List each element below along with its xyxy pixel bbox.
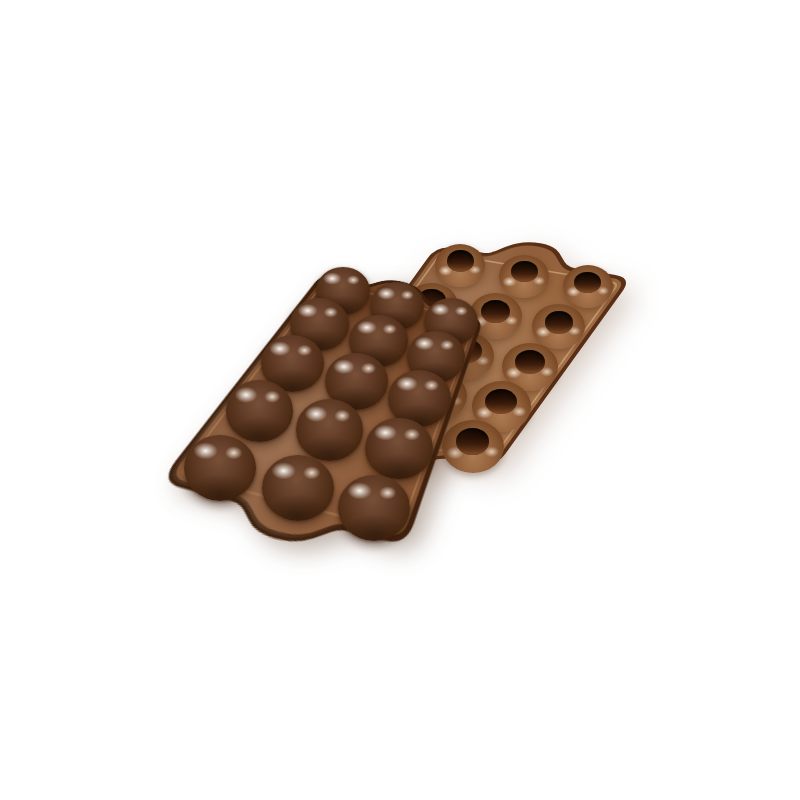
cavity-hole [417, 289, 446, 312]
back-mold [299, 240, 634, 472]
cavity-hole [451, 339, 481, 363]
dome-bump [296, 399, 364, 461]
cavity-ring [499, 255, 549, 298]
back-mold-tray [295, 230, 641, 478]
cavity-ring [438, 332, 494, 380]
front-mold-domes [0, 0, 800, 800]
dome-bump [262, 455, 334, 521]
dome-bump [226, 380, 294, 442]
cavity-hole [574, 272, 601, 294]
back-mold-rim-highlight [314, 253, 619, 459]
dome-bump [261, 335, 324, 392]
product-photo [0, 0, 800, 800]
cavity-ring [472, 381, 531, 432]
cavity-ring [408, 371, 467, 422]
cavity-ring [442, 420, 504, 473]
dome-bump [370, 282, 424, 330]
dome-bump [365, 418, 433, 480]
cavity-ring [532, 304, 585, 350]
back-mold-sheen [295, 230, 641, 478]
dome-bump [407, 331, 466, 384]
cavity-ring [375, 321, 431, 369]
cavity-ring [345, 360, 404, 411]
cavity-hole [515, 350, 545, 374]
front-mold-rim-highlight [179, 280, 475, 531]
cavity-ring [563, 265, 613, 308]
cavity-hole [392, 417, 425, 444]
cavity-hole [447, 250, 474, 272]
front-mold-outline [155, 270, 483, 555]
cavity-ring [378, 409, 440, 462]
front-mold [155, 270, 483, 555]
cavity-hole [511, 261, 538, 283]
cavity-hole [388, 328, 418, 352]
cavity-hole [422, 378, 454, 403]
cavity-hole [328, 407, 361, 434]
cavity-ring [435, 244, 485, 287]
dome-bump [349, 315, 408, 368]
dome-bump [325, 353, 388, 410]
front-mold-sheen [147, 263, 485, 566]
dome-bump [316, 267, 370, 315]
cavity-ring [405, 283, 458, 329]
dome-bump [338, 475, 410, 541]
dome-bump [388, 370, 451, 427]
back-mold-cavities [0, 0, 800, 800]
cavity-ring [469, 293, 522, 339]
cavity-ring [502, 343, 558, 391]
cavity-hole [545, 311, 574, 334]
front-mold-tray [147, 263, 485, 566]
cavity-hole [358, 368, 390, 393]
dome-bump [424, 298, 478, 346]
cavity-ring [314, 399, 376, 452]
dome-bump [290, 298, 349, 351]
cavity-hole [485, 389, 517, 414]
cavity-hole [456, 428, 489, 455]
dome-bump [184, 435, 256, 501]
cavity-hole [481, 300, 510, 323]
back-mold-outline [299, 240, 634, 472]
